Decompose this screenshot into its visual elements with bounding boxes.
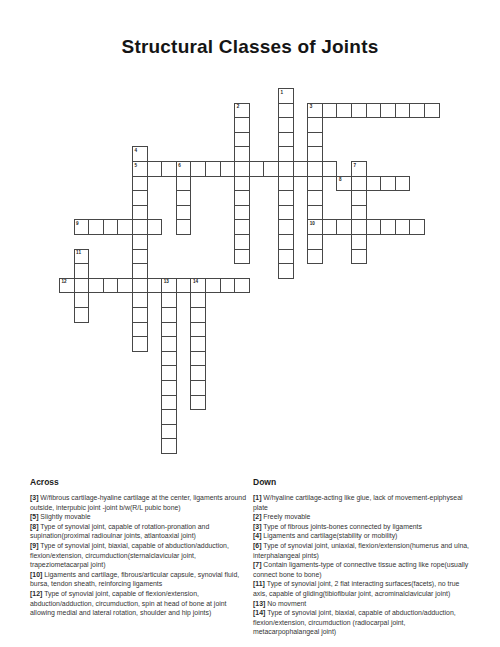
cell-number-14: 14 [193, 279, 198, 284]
grid-cell-r13c4[interactable] [117, 278, 133, 294]
grid-cell-r19c7[interactable] [161, 365, 177, 381]
grid-cell-r6c8[interactable] [176, 176, 192, 192]
cell-number-1: 1 [281, 90, 284, 95]
down-header: Down [253, 477, 472, 487]
grid-cell-r8c12[interactable] [234, 205, 250, 221]
cell-number-7: 7 [354, 163, 357, 168]
grid-cell-r9c12[interactable] [234, 219, 250, 235]
clue-down-7: [7] Contain ligaments-type of connective… [253, 560, 472, 579]
grid-cell-r0c15[interactable]: 1 [278, 88, 294, 104]
grid-cell-r8c15[interactable] [278, 205, 294, 221]
grid-cell-r22c7[interactable] [161, 409, 177, 425]
grid-cell-r15c5[interactable] [132, 307, 148, 323]
grid-cell-r5c12[interactable] [234, 161, 250, 177]
clue-number-down-6: [6] [253, 542, 263, 549]
grid-cell-r5c16[interactable] [293, 161, 309, 177]
grid-cell-r1c19[interactable] [336, 103, 352, 119]
grid-cell-r8c17[interactable] [307, 205, 323, 221]
clue-down-2: [2] Freely movable [253, 512, 472, 522]
grid-cell-r5c15[interactable] [278, 161, 294, 177]
grid-cell-r7c20[interactable] [351, 190, 367, 206]
across-clue-list: [3] W/fibrous cartilage-hyaline cartilag… [30, 493, 250, 618]
cell-number-8: 8 [339, 177, 342, 182]
grid-cell-r3c17[interactable] [307, 132, 323, 148]
grid-cell-r11c17[interactable] [307, 249, 323, 265]
clue-across-8: [8] Type of synovial joint, capable of r… [30, 522, 250, 541]
grid-cell-r1c25[interactable] [424, 103, 440, 119]
clue-down-6: [6] Type of synovial joint, uniaxial, fl… [253, 541, 472, 560]
clue-down-1: [1] W/hyaline cartilage-acting like glue… [253, 493, 472, 512]
grid-cell-r3c12[interactable] [234, 132, 250, 148]
grid-cell-r18c7[interactable] [161, 351, 177, 367]
grid-cell-r13c5[interactable] [132, 278, 148, 294]
grid-cell-r14c5[interactable] [132, 292, 148, 308]
clue-across-3: [3] W/fibrous cartilage-hyaline cartilag… [30, 493, 250, 512]
clue-across-12: [12] Type of synovial joint, capable of … [30, 589, 250, 618]
grid-cell-r11c1[interactable]: 11 [74, 249, 90, 265]
grid-cell-r14c7[interactable] [161, 292, 177, 308]
grid-cell-r17c5[interactable] [132, 336, 148, 352]
clue-number-across-9: [9] [30, 542, 40, 549]
grid-cell-r5c6[interactable] [147, 161, 163, 177]
grid-cell-r14c1[interactable] [74, 292, 90, 308]
grid-cell-r15c7[interactable] [161, 307, 177, 323]
grid-cell-r8c5[interactable] [132, 205, 148, 221]
grid-cell-r6c15[interactable] [278, 176, 294, 192]
grid-cell-r7c5[interactable] [132, 190, 148, 206]
grid-cell-r6c5[interactable] [132, 176, 148, 192]
grid-cell-r10c15[interactable] [278, 234, 294, 250]
clue-number-down-4: [4] [253, 532, 263, 539]
grid-cell-r9c5[interactable] [132, 219, 148, 235]
grid-cell-r17c9[interactable] [190, 336, 206, 352]
grid-cell-r20c9[interactable] [190, 380, 206, 396]
grid-cell-r1c12[interactable]: 2 [234, 103, 250, 119]
grid-cell-r14c9[interactable] [190, 292, 206, 308]
grid-cell-r5c13[interactable] [249, 161, 265, 177]
grid-cell-r5c9[interactable] [190, 161, 206, 177]
grid-cell-r1c17[interactable]: 3 [307, 103, 323, 119]
grid-cell-r1c23[interactable] [395, 103, 411, 119]
cell-number-10: 10 [310, 221, 315, 226]
down-clue-list: [1] W/hyaline cartilage-acting like glue… [253, 493, 472, 637]
grid-cell-r5c18[interactable] [322, 161, 338, 177]
grid-cell-r6c17[interactable] [307, 176, 323, 192]
grid-cell-r9c8[interactable] [176, 219, 192, 235]
grid-cell-r1c21[interactable] [366, 103, 382, 119]
grid-cell-r11c5[interactable] [132, 249, 148, 265]
cell-number-4: 4 [135, 148, 138, 153]
grid-cell-r7c12[interactable] [234, 190, 250, 206]
grid-cell-r13c3[interactable] [103, 278, 119, 294]
grid-cell-r5c11[interactable] [220, 161, 236, 177]
grid-cell-r11c20[interactable] [351, 249, 367, 265]
grid-cell-r10c17[interactable] [307, 234, 323, 250]
grid-cell-r12c15[interactable] [278, 263, 294, 279]
grid-cell-r21c7[interactable] [161, 395, 177, 411]
grid-cell-r5c10[interactable] [205, 161, 221, 177]
grid-cell-r17c7[interactable] [161, 336, 177, 352]
across-header: Across [30, 477, 250, 487]
crossword-page: { "game": "crossword", "title": "Structu… [0, 0, 500, 647]
grid-cell-r13c12[interactable] [234, 278, 250, 294]
clue-across-5: [5] Slightly movable [30, 512, 250, 522]
cell-number-6: 6 [178, 163, 181, 168]
grid-cell-r8c8[interactable] [176, 205, 192, 221]
grid-cell-r13c2[interactable] [88, 278, 104, 294]
grid-cell-r13c9[interactable]: 14 [190, 278, 206, 294]
grid-cell-r11c15[interactable] [278, 249, 294, 265]
clue-down-13: [13] No movment [253, 599, 472, 609]
clue-number-across-12: [12] [30, 590, 44, 597]
grid-cell-r1c22[interactable] [380, 103, 396, 119]
grid-cell-r7c8[interactable] [176, 190, 192, 206]
grid-cell-r10c20[interactable] [351, 234, 367, 250]
grid-cell-r23c7[interactable] [161, 424, 177, 440]
grid-cell-r4c5[interactable]: 4 [132, 146, 148, 162]
cell-number-5: 5 [135, 163, 138, 168]
grid-cell-r15c9[interactable] [190, 307, 206, 323]
grid-cell-r9c20[interactable] [351, 219, 367, 235]
grid-cell-r15c1[interactable] [74, 307, 90, 323]
grid-cell-r4c15[interactable] [278, 146, 294, 162]
grid-cell-r10c5[interactable] [132, 234, 148, 250]
grid-cell-r18c9[interactable] [190, 351, 206, 367]
grid-cell-r20c7[interactable] [161, 380, 177, 396]
grid-cell-r9c4[interactable] [117, 219, 133, 235]
clue-number-across-3: [3] [30, 494, 40, 501]
clue-number-down-1: [1] [253, 494, 263, 501]
grid-cell-r1c24[interactable] [409, 103, 425, 119]
grid-cell-r13c11[interactable] [220, 278, 236, 294]
grid-cell-r19c9[interactable] [190, 365, 206, 381]
clue-number-across-8: [8] [30, 523, 40, 530]
grid-cell-r13c8[interactable] [176, 278, 192, 294]
grid-cell-r1c15[interactable] [278, 103, 294, 119]
clue-number-down-3: [3] [253, 523, 263, 530]
grid-cell-r9c22[interactable] [380, 219, 396, 235]
clue-number-down-13: [13] [253, 600, 267, 607]
grid-cell-r21c9[interactable] [190, 395, 206, 411]
grid-cell-r10c12[interactable] [234, 234, 250, 250]
grid-cell-r6c20[interactable] [351, 176, 367, 192]
grid-cell-r5c7[interactable] [161, 161, 177, 177]
clue-down-11: [11] Type of synovial joint, 2 flat inte… [253, 579, 472, 598]
grid-cell-r9c24[interactable] [409, 219, 425, 235]
page-title: Structural Classes of Joints [0, 36, 500, 58]
cell-number-3: 3 [310, 104, 313, 109]
grid-cell-r13c1[interactable] [74, 278, 90, 294]
grid-cell-r6c23[interactable] [395, 176, 411, 192]
grid-cell-r11c12[interactable] [234, 249, 250, 265]
grid-cell-r6c19[interactable]: 8 [336, 176, 352, 192]
grid-cell-r1c18[interactable] [322, 103, 338, 119]
grid-cell-r2c17[interactable] [307, 117, 323, 133]
grid-cell-r13c6[interactable] [147, 278, 163, 294]
grid-cell-r1c20[interactable] [351, 103, 367, 119]
grid-cell-r12c1[interactable] [74, 263, 90, 279]
cell-number-2: 2 [237, 104, 240, 109]
grid-cell-r4c12[interactable] [234, 146, 250, 162]
down-clues-column: Down [1] W/hyaline cartilage-acting like… [253, 477, 472, 637]
grid-cell-r9c18[interactable] [322, 219, 338, 235]
grid-cell-r6c22[interactable] [380, 176, 396, 192]
grid-cell-r9c1[interactable]: 9 [74, 219, 90, 235]
clue-number-down-2: [2] [253, 513, 263, 520]
grid-cell-r9c2[interactable] [88, 219, 104, 235]
crossword-grid: 3568910121314124711 [59, 88, 441, 454]
grid-cell-r9c15[interactable] [278, 219, 294, 235]
cell-number-11: 11 [76, 250, 81, 255]
grid-cell-r2c15[interactable] [278, 117, 294, 133]
grid-cell-r2c12[interactable] [234, 117, 250, 133]
grid-cell-r24c7[interactable] [161, 438, 177, 454]
grid-cell-r6c12[interactable] [234, 176, 250, 192]
grid-cell-r16c5[interactable] [132, 322, 148, 338]
grid-cell-r9c19[interactable] [336, 219, 352, 235]
grid-cell-r16c7[interactable] [161, 322, 177, 338]
grid-cell-r9c17[interactable]: 10 [307, 219, 323, 235]
cell-number-13: 13 [164, 279, 169, 284]
grid-cell-r8c20[interactable] [351, 205, 367, 221]
grid-cell-r9c21[interactable] [366, 219, 382, 235]
grid-cell-r13c0[interactable]: 12 [59, 278, 75, 294]
clue-number-across-5: [5] [30, 513, 40, 520]
clue-number-across-10: [10] [30, 571, 44, 578]
grid-cell-r13c10[interactable] [205, 278, 221, 294]
grid-cell-r3c15[interactable] [278, 132, 294, 148]
grid-cell-r5c8[interactable]: 6 [176, 161, 192, 177]
grid-cell-r5c5[interactable]: 5 [132, 161, 148, 177]
clue-down-4: [4] Ligaments and cartilage(stability or… [253, 531, 472, 541]
grid-cell-r9c6[interactable] [147, 219, 163, 235]
clue-across-10: [10] Ligaments and cartilage, fibrous/ar… [30, 570, 250, 589]
cell-number-12: 12 [62, 279, 67, 284]
clue-down-3: [3] Type of fibrous joints-bones connect… [253, 522, 472, 532]
grid-cell-r5c14[interactable] [263, 161, 279, 177]
grid-cell-r16c9[interactable] [190, 322, 206, 338]
grid-cell-r5c20[interactable]: 7 [351, 161, 367, 177]
clue-across-9: [9] Type of synovial joint, biaxial, cap… [30, 541, 250, 570]
grid-cell-r6c21[interactable] [366, 176, 382, 192]
grid-cell-r12c5[interactable] [132, 263, 148, 279]
clue-number-down-14: [14] [253, 609, 267, 616]
grid-cell-r7c15[interactable] [278, 190, 294, 206]
clue-down-14: [14] Type of synovial joint, biaxial, ca… [253, 608, 472, 637]
grid-cell-r9c23[interactable] [395, 219, 411, 235]
grid-cell-r9c3[interactable] [103, 219, 119, 235]
grid-cell-r5c17[interactable] [307, 161, 323, 177]
clue-number-down-11: [11] [253, 580, 267, 587]
grid-cell-r13c7[interactable]: 13 [161, 278, 177, 294]
cell-number-9: 9 [76, 221, 79, 226]
clue-number-down-7: [7] [253, 561, 263, 568]
grid-cell-r4c17[interactable] [307, 146, 323, 162]
across-clues-column: Across [3] W/fibrous cartilage-hyaline c… [30, 477, 250, 618]
grid-cell-r7c17[interactable] [307, 190, 323, 206]
